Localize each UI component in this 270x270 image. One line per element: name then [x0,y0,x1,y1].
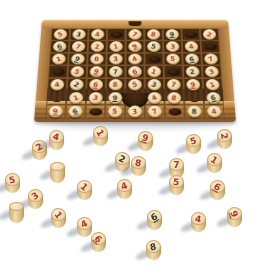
peg-digit: 5 [189,135,198,146]
peg-top: 5 [169,175,184,188]
peg-digit: 1 [79,181,90,193]
peg-top [50,162,65,171]
loose-peg-16[interactable]: 6 [208,179,228,203]
board-peg[interactable]: 9 [186,79,200,90]
peg-top: 7 [169,158,184,171]
loose-peg-11[interactable]: 5 [3,172,23,196]
peg-top: 3 [28,189,43,202]
board-cell-r7c1[interactable]: 9 [45,105,66,119]
loose-peg-5[interactable]: 5 [184,133,204,157]
peg-top: 5 [186,134,201,147]
peg-digit: 5 [131,79,139,91]
peg-top: 4 [117,179,132,192]
empty-hole[interactable] [110,31,122,37]
board-cell-r2c2[interactable]: 7 [69,40,88,52]
peg-digit: 7 [130,29,139,40]
board-peg[interactable]: 3 [148,79,162,90]
peg-digit: 6 [92,79,100,91]
empty-hole[interactable] [89,108,102,115]
board-peg[interactable]: 9 [48,106,63,118]
loose-peg-21[interactable]: 6 [89,231,109,255]
peg-top: 1 [51,208,66,221]
board-cell-r7c3[interactable] [85,105,105,119]
board-cell-r7c4[interactable]: 5 [105,105,125,119]
peg-digit: 4 [210,105,218,118]
board-peg[interactable]: 1 [52,54,66,65]
peg-digit: 5 [112,105,118,117]
board-interior: 5347892672195341983456759761234268537911… [46,28,223,101]
board-cell-r7c6[interactable]: 7 [145,105,165,119]
empty-hole[interactable] [204,43,217,50]
loose-peg-4[interactable]: 9 [136,130,156,154]
board-cell-r3c2[interactable]: 9 [68,53,88,66]
board-peg[interactable]: 5 [54,29,68,39]
peg-top: 6 [147,210,162,223]
sudoku-board: 5347892672195341983456759761234268537911… [34,2,236,122]
peg-digit: 5 [150,41,157,52]
loose-peg-24[interactable]: 9 [225,206,245,230]
board-peg[interactable]: 3 [205,66,219,77]
peg-digit: 1 [72,92,81,104]
board-peg[interactable]: 1 [206,79,220,90]
peg-digit: 8 [113,79,118,91]
loose-peg-18[interactable] [7,199,27,223]
board-peg[interactable]: 3 [109,54,122,65]
board-peg[interactable]: 5 [128,79,142,90]
peg-digit: 8 [150,241,158,252]
board-peg[interactable]: 2 [91,41,105,52]
board-peg[interactable]: 4 [128,54,141,65]
board-peg[interactable]: 4 [185,41,199,52]
loose-peg-10[interactable]: 1 [205,152,225,176]
loose-peg-15[interactable]: 5 [167,174,187,198]
board-peg[interactable]: 8 [109,79,123,90]
peg-digit: 6 [131,66,140,78]
peg-top: 4 [191,212,206,225]
board-cell-r4c3[interactable]: 9 [87,65,107,78]
peg-top: 6 [91,232,106,245]
loose-peg-17[interactable]: 3 [26,188,46,212]
peg-digit: 5 [9,174,17,185]
loose-peg-3[interactable]: 1 [91,125,111,149]
loose-peg-23[interactable]: 4 [189,211,209,235]
peg-digit: 8 [171,92,178,104]
empty-hole[interactable] [52,68,65,75]
peg-digit: 2 [205,29,213,40]
peg-digit: 8 [192,105,197,117]
board-peg[interactable]: 8 [167,92,181,104]
peg-digit: 8 [94,53,100,64]
peg-digit: 6 [71,105,80,118]
peg-digit: 1 [150,66,159,78]
peg-digit: 4 [195,213,203,224]
board-peg[interactable]: 4 [91,29,104,39]
peg-digit: 4 [120,180,129,192]
peg-digit: 3 [113,53,119,64]
board-cell-r1c6[interactable]: 8 [144,28,163,40]
board-cell-r4c4[interactable]: 7 [106,65,125,78]
board-cell-r1c5[interactable]: 7 [126,28,145,40]
board-peg[interactable]: 9 [166,29,179,39]
peg-digit: 2 [95,41,101,52]
board-peg[interactable]: 4 [148,92,162,104]
board-peg[interactable]: 6 [68,106,82,118]
board-peg[interactable]: 7 [128,29,141,39]
board-cell-r3c6[interactable] [144,53,163,66]
board-peg[interactable]: 2 [203,29,217,39]
peg-digit: 1 [95,127,107,137]
peg-digit: 3 [75,29,83,40]
peg-digit: 8 [150,29,157,40]
board-peg[interactable]: 1 [147,66,161,77]
peg-top: 9 [227,207,242,220]
loose-peg-13[interactable]: 1 [75,179,95,203]
peg-digit: 4 [95,29,100,40]
peg-digit: 1 [208,79,217,91]
board-peg[interactable]: 9 [108,92,122,104]
board-cell-r7c9[interactable]: 4 [204,105,225,119]
peg-digit: 6 [209,92,218,104]
board-peg[interactable]: 7 [109,66,123,77]
peg-digit: 5 [173,176,180,187]
peg-top: 2 [115,152,130,165]
board-cell-r4c5[interactable]: 6 [125,65,144,78]
board-cell-r3c3[interactable]: 8 [87,53,106,66]
peg-digit: 9 [229,209,241,218]
peg-digit: 7 [206,53,216,65]
board-cell-r2c3[interactable]: 2 [88,40,107,52]
board-peg[interactable]: 5 [147,41,160,52]
board-peg[interactable]: 1 [109,41,122,52]
peg-top: 1 [93,126,108,139]
board-cell-r4c1[interactable] [48,65,68,78]
back-rail-notch [129,21,142,26]
peg-digit: 3 [170,41,175,52]
board-peg[interactable]: 3 [72,29,86,39]
board-cell-r2c9[interactable] [201,40,221,52]
board-peg[interactable]: 5 [166,54,180,65]
board-peg[interactable]: 6 [128,66,142,77]
board-cell-r1c4[interactable] [107,28,126,40]
peg-digit: 1 [113,41,120,52]
peg-digit: 4 [52,131,61,142]
peg-top: 8 [131,156,146,169]
peg-digit: 5 [170,53,175,64]
board-cell-r3c7[interactable]: 5 [163,53,182,66]
peg-digit: 1 [53,209,65,220]
peg-digit: 9 [169,29,175,40]
peg-digit: 4 [130,53,139,65]
board-peg[interactable]: 8 [187,106,201,118]
peg-digit: 9 [73,53,82,65]
board-cell-r1c7[interactable]: 9 [163,28,182,40]
peg-digit: 6 [93,233,105,245]
empty-hole[interactable] [168,108,181,115]
empty-hole[interactable] [148,56,160,63]
peg-digit: 4 [187,41,195,52]
board-peg[interactable]: 7 [72,41,86,52]
loose-peg-25[interactable]: 8 [144,239,164,263]
peg-digit: 6 [55,41,64,52]
board-peg[interactable]: 9 [71,54,85,65]
loose-peg-12[interactable] [48,159,68,183]
peg-digit: 4 [80,218,90,230]
peg-digit: 9 [190,79,196,91]
peg-digit: 7 [74,41,82,52]
board-cell-r2c8[interactable]: 4 [182,40,201,52]
loose-peg-2[interactable]: 4 [47,129,67,153]
peg-digit: 9 [93,66,100,78]
board-peg[interactable]: 5 [70,66,84,77]
peg-digit: 4 [150,92,160,104]
board-peg[interactable]: 6 [206,92,220,104]
board-peg[interactable]: 7 [148,106,162,118]
peg-digit: 9 [130,41,139,52]
loose-peg-19[interactable]: 1 [49,207,69,231]
board-cell-r2c6[interactable]: 5 [144,40,163,52]
loose-peg-8[interactable]: 8 [129,155,149,179]
peg-digit: 2 [219,132,230,140]
peg-digit: 9 [141,132,150,144]
board-peg[interactable]: 1 [69,92,83,104]
board-peg[interactable]: 9 [90,66,104,77]
board-cell-r4c9[interactable]: 3 [202,65,222,78]
board-cell-r2c7[interactable]: 3 [163,40,182,52]
empty-hole[interactable] [185,31,197,37]
board-box: 5347892672195341983456759761234268537911… [34,20,236,122]
board-cell-r4c2[interactable]: 5 [67,65,87,78]
loose-peg-22[interactable]: 6 [145,209,165,233]
board-peg[interactable]: 6 [53,41,67,52]
loose-peg-6[interactable]: 2 [215,128,235,152]
board-peg[interactable]: 9 [128,41,141,52]
board-peg[interactable]: 2 [186,66,200,77]
board-peg[interactable]: 3 [166,41,180,52]
board-peg[interactable]: 8 [147,29,160,39]
peg-digit: 7 [150,105,160,118]
peg-top: 6 [210,180,225,193]
board-cell-r1c9[interactable]: 2 [200,28,219,40]
board-cell-r1c3[interactable]: 4 [88,28,107,40]
board-cell-r3c1[interactable]: 1 [49,53,69,66]
peg-top: 5 [5,173,20,186]
peg-digit: 2 [189,66,196,78]
board-cell-r4c6[interactable]: 1 [145,65,164,78]
board-back-rail [41,20,228,29]
peg-digit: 1 [55,53,63,65]
peg-digit: 2 [72,79,82,91]
peg-digit: 3 [30,190,41,202]
peg-top: 4 [49,130,64,143]
peg-digit: 7 [170,79,177,91]
board-grid: 5347892672195341983456759761234268537911… [47,28,222,88]
peg-digit: 3 [131,105,138,117]
loose-peg-14[interactable]: 4 [115,178,135,202]
peg-digit: 6 [188,53,195,64]
board-cell-r7c8[interactable]: 8 [184,105,204,119]
peg-digit: 7 [173,160,179,170]
peg-digit: 1 [209,154,220,166]
peg-top: 2 [217,129,232,142]
peg-digit: 7 [113,66,119,77]
board-cell-r2c5[interactable]: 9 [126,40,145,52]
board-cell-r2c1[interactable]: 6 [50,40,70,52]
peg-digit: 5 [56,29,65,40]
scene: 5347892672195341983456759761234268537911… [0,0,270,270]
peg-digit: 5 [73,66,83,78]
board-cell-r3c5[interactable]: 4 [125,53,144,66]
board-cell-r1c2[interactable]: 3 [69,28,88,40]
board-peg[interactable]: 3 [128,106,142,118]
peg-top: 8 [146,240,161,253]
board-peg[interactable]: 6 [185,54,199,65]
empty-hole[interactable] [167,68,180,75]
board-cell-r7c2[interactable]: 6 [65,105,85,119]
board-cell-r4c8[interactable]: 2 [183,65,203,78]
board-cell-r7c7[interactable] [165,105,185,119]
board-cell-r1c8[interactable] [181,28,200,40]
board-cell-r3c8[interactable]: 6 [182,53,202,66]
board-peg[interactable]: 7 [204,54,218,65]
peg-top: 9 [138,131,153,144]
peg-digit: 9 [53,105,59,117]
peg-digit: 8 [135,157,143,168]
peg-top: 1 [207,153,222,166]
peg-top: 1 [77,180,92,193]
peg-digit: 9 [113,92,119,104]
board-peg[interactable]: 8 [90,54,104,65]
board-cell-r3c4[interactable]: 3 [106,53,125,66]
peg-digit: 6 [149,211,159,223]
board-cell-r1c1[interactable]: 5 [51,28,70,40]
peg-top: 4 [77,217,92,230]
board-cell-r3c9[interactable]: 7 [201,53,221,66]
board-peg[interactable]: 4 [207,106,222,118]
board-cell-r2c4[interactable]: 1 [107,40,126,52]
board-cell-r4c7[interactable] [164,65,184,78]
peg-digit: 3 [92,92,100,104]
board-peg[interactable]: 7 [167,79,181,90]
board-middle: 5347892672195341983456759761234268537911… [36,28,235,101]
board-peg[interactable]: 3 [89,92,103,104]
peg-digit: 3 [150,79,159,91]
peg-digit: 3 [207,66,217,78]
peg-digit: 2 [118,153,128,165]
peg-digit: 6 [212,181,222,193]
peg-digit: 4 [54,79,61,91]
board-peg[interactable]: 5 [108,106,122,118]
peg-top [9,202,24,211]
